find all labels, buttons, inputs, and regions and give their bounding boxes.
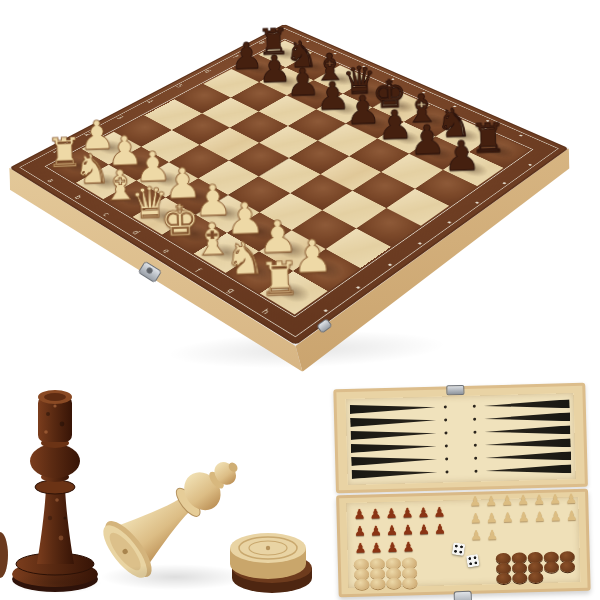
backgammon-point xyxy=(350,416,436,427)
tray-light-piece: ♟ xyxy=(547,507,563,524)
chess-board: ♜♞♝♛♚♝♞♜♟♟♟♟♟♟♟♟♟♟♟♟♟♟♟♟♜♞♝♛♚♝♞♜ abcdefg… xyxy=(9,24,569,345)
tray-dark-piece: ♟ xyxy=(368,522,384,539)
backgammon-dot xyxy=(474,470,477,473)
tray-dark-piece: ♟ xyxy=(367,505,383,522)
tray-light-piece: ♟ xyxy=(467,509,483,526)
tray-dark-piece: ♟ xyxy=(352,522,368,539)
tray-light-piece: ♟ xyxy=(499,509,515,526)
backgammon-point xyxy=(485,451,571,462)
rivet-dot xyxy=(405,233,435,254)
tray-dark-piece: ♟ xyxy=(351,505,367,522)
backgammon-dot xyxy=(474,457,477,460)
box-clasp-icon[interactable] xyxy=(454,591,472,600)
white-rook-h1[interactable]: ♜ xyxy=(258,255,301,302)
tray-light-piece: ♟ xyxy=(515,508,531,525)
rivet-dot xyxy=(517,156,543,174)
backgammon-point xyxy=(351,468,437,479)
board-perspective: ♜♞♝♛♚♝♞♜♟♟♟♟♟♟♟♟♟♟♟♟♟♟♟♟♜♞♝♛♚♝♞♜ abcdefg… xyxy=(0,0,600,390)
tray-light-checkers xyxy=(353,558,422,590)
backgammon-dots-right xyxy=(473,405,478,473)
tray-dark-checker xyxy=(560,561,575,572)
rivet-dot xyxy=(342,276,374,299)
backgammon-dot xyxy=(473,418,476,421)
rivet-dot xyxy=(434,212,463,232)
tray-dark-checker xyxy=(512,572,527,583)
backgammon-dot xyxy=(444,431,447,434)
tray-light-checker xyxy=(354,578,369,589)
backgammon-point xyxy=(484,425,570,436)
tray-light-checker xyxy=(370,578,385,589)
tray-dark-piece: ♟ xyxy=(384,539,400,556)
backgammon-point xyxy=(350,403,436,414)
tray-dark-piece: ♟ xyxy=(431,503,447,520)
tray-light-piece: ♟ xyxy=(531,491,547,508)
tray-light-piece: ♟ xyxy=(483,509,499,526)
backgammon-left-points xyxy=(350,403,438,479)
dark-king-closeup xyxy=(8,368,104,598)
tray-light-piece: ♟ xyxy=(484,526,500,543)
box-lid-backgammon xyxy=(333,383,588,494)
tray-dark-piece: ♟ xyxy=(432,520,448,537)
lid-latch-icon xyxy=(446,385,464,395)
tray-dark-piece: ♟ xyxy=(352,539,368,556)
tray-dark-piece: ♟ xyxy=(400,538,416,555)
tray-light-piece: ♟ xyxy=(563,507,579,524)
tray-dark-checker xyxy=(496,573,511,584)
backgammon-point xyxy=(351,455,437,466)
dark-king-piece xyxy=(8,368,104,598)
backgammon-right-points xyxy=(484,399,572,475)
tray-light-checker xyxy=(386,578,401,589)
backgammon-dot xyxy=(444,405,447,408)
backgammon-dot xyxy=(445,457,448,460)
tray-light-piece: ♟ xyxy=(563,490,579,507)
backgammon-dot xyxy=(444,418,447,421)
backgammon-point xyxy=(484,399,570,410)
product-photo: ♜♞♝♛♚♝♞♜♟♟♟♟♟♟♟♟♟♟♟♟♟♟♟♟♜♞♝♛♚♝♞♜ abcdefg… xyxy=(0,0,600,600)
rivet-dot xyxy=(463,193,490,213)
tray-light-chess: ♟♟♟♟♟♟♟♟♟♟♟♟♟♟♟♟ xyxy=(467,490,580,544)
backgammon-dot xyxy=(445,444,448,447)
black-pawn-g7[interactable]: ♟ xyxy=(409,119,447,161)
box-tray: ♟♟♟♟♟♟♟♟♟♟♟♟♟♟♟♟ ♟♟♟♟♟♟♟♟♟♟♟♟♟♟♟♟ xyxy=(336,489,591,598)
backgammon-point xyxy=(484,412,570,423)
tray-dark-piece: ♟ xyxy=(416,521,432,538)
board-grid: ♜♞♝♛♚♝♞♜♟♟♟♟♟♟♟♟♟♟♟♟♟♟♟♟♜♞♝♛♚♝♞♜ xyxy=(49,41,530,315)
tray-dark-piece: ♟ xyxy=(400,521,416,538)
tray-dark-chess: ♟♟♟♟♟♟♟♟♟♟♟♟♟♟♟♟ xyxy=(351,503,452,557)
backgammon-dot xyxy=(474,444,477,447)
tray-dark-checkers xyxy=(495,552,580,584)
tray-light-piece: ♟ xyxy=(531,508,547,525)
chessboard-scene: ♜♞♝♛♚♝♞♜♟♟♟♟♟♟♟♟♟♟♟♟♟♟♟♟♜♞♝♛♚♝♞♜ abcdefg… xyxy=(0,0,600,410)
backgammon-point xyxy=(485,464,571,475)
tray-dark-piece: ♟ xyxy=(384,522,400,539)
die-2 xyxy=(466,554,480,568)
tray-light-piece: ♟ xyxy=(547,490,563,507)
tray-light-piece: ♟ xyxy=(483,492,499,509)
checkers-stack xyxy=(222,512,318,596)
backgammon-dot xyxy=(473,431,476,434)
tray-light-piece: ♟ xyxy=(499,492,515,509)
tray-dark-checker xyxy=(544,561,559,572)
backgammon-point xyxy=(350,429,436,440)
rivet-dot xyxy=(374,254,405,276)
tray-dark-checker xyxy=(528,572,543,583)
cropped-checker-edge xyxy=(0,532,8,578)
backgammon-dots-left xyxy=(444,405,449,473)
black-pawn-f7[interactable]: ♟ xyxy=(376,104,413,145)
die-1 xyxy=(452,542,466,556)
open-game-box: ♟♟♟♟♟♟♟♟♟♟♟♟♟♟♟♟ ♟♟♟♟♟♟♟♟♟♟♟♟♟♟♟♟ xyxy=(333,383,590,600)
backgammon-point xyxy=(485,438,571,449)
backgammon-dot xyxy=(445,470,448,473)
backgammon-field xyxy=(346,393,576,485)
rivet-dot xyxy=(490,174,516,193)
tray-light-piece: ♟ xyxy=(467,492,483,509)
tray-dark-piece: ♟ xyxy=(415,504,431,521)
tray-light-piece: ♟ xyxy=(468,526,484,543)
checkers-stack-closeup xyxy=(222,512,318,596)
backgammon-point xyxy=(351,442,437,453)
dark-king-shadow xyxy=(10,572,102,594)
tray-dark-piece: ♟ xyxy=(383,505,399,522)
tray-light-checker xyxy=(402,577,417,588)
black-pawn-h7[interactable]: ♟ xyxy=(442,135,480,177)
tray-dark-piece: ♟ xyxy=(368,539,384,556)
tray-dark-piece: ♟ xyxy=(399,504,415,521)
backgammon-dot xyxy=(473,405,476,408)
tray-light-piece: ♟ xyxy=(515,491,531,508)
